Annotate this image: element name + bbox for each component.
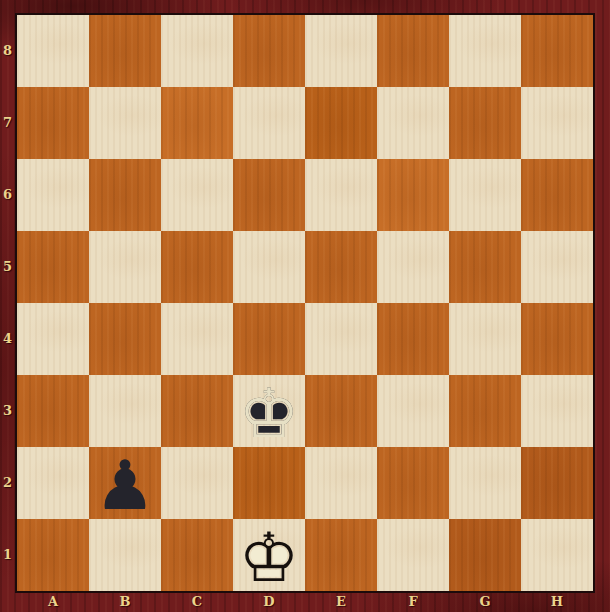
square-a4[interactable] (17, 303, 89, 375)
square-a5[interactable] (17, 231, 89, 303)
square-e4[interactable] (305, 303, 377, 375)
square-h6[interactable] (521, 159, 593, 231)
square-d1[interactable]: ♚♔ (233, 519, 305, 591)
chess-app-window: ♚♔♟♚♔ 87654321 ABCDEFGH (0, 0, 610, 612)
square-e3[interactable] (305, 375, 377, 447)
rank-label-7: 7 (0, 115, 15, 131)
square-d3[interactable]: ♚♔ (233, 375, 305, 447)
file-label-B: B (89, 594, 161, 610)
square-f6[interactable] (377, 159, 449, 231)
file-label-A: A (17, 594, 89, 610)
square-d7[interactable] (233, 87, 305, 159)
square-f7[interactable] (377, 87, 449, 159)
square-e1[interactable] (305, 519, 377, 591)
piece-black-king[interactable]: ♚♔ (233, 375, 305, 447)
square-h2[interactable] (521, 447, 593, 519)
square-e5[interactable] (305, 231, 377, 303)
square-h5[interactable] (521, 231, 593, 303)
file-label-G: G (449, 594, 521, 610)
square-e8[interactable] (305, 15, 377, 87)
square-b7[interactable] (89, 87, 161, 159)
square-f4[interactable] (377, 303, 449, 375)
rank-label-3: 3 (0, 403, 15, 419)
square-g4[interactable] (449, 303, 521, 375)
square-c3[interactable] (161, 375, 233, 447)
square-a3[interactable] (17, 375, 89, 447)
piece-black-pawn[interactable]: ♟ (89, 447, 161, 519)
square-e6[interactable] (305, 159, 377, 231)
square-a6[interactable] (17, 159, 89, 231)
square-g6[interactable] (449, 159, 521, 231)
square-d6[interactable] (233, 159, 305, 231)
square-h3[interactable] (521, 375, 593, 447)
square-h4[interactable] (521, 303, 593, 375)
square-f1[interactable] (377, 519, 449, 591)
square-a1[interactable] (17, 519, 89, 591)
square-c1[interactable] (161, 519, 233, 591)
square-h7[interactable] (521, 87, 593, 159)
square-g1[interactable] (449, 519, 521, 591)
square-b6[interactable] (89, 159, 161, 231)
rank-label-4: 4 (0, 331, 15, 347)
square-d4[interactable] (233, 303, 305, 375)
square-c4[interactable] (161, 303, 233, 375)
square-a7[interactable] (17, 87, 89, 159)
square-h8[interactable] (521, 15, 593, 87)
square-c7[interactable] (161, 87, 233, 159)
square-g3[interactable] (449, 375, 521, 447)
square-b8[interactable] (89, 15, 161, 87)
square-b3[interactable] (89, 375, 161, 447)
square-g2[interactable] (449, 447, 521, 519)
square-f5[interactable] (377, 231, 449, 303)
rank-label-5: 5 (0, 259, 15, 275)
rank-label-6: 6 (0, 187, 15, 203)
square-a8[interactable] (17, 15, 89, 87)
square-f3[interactable] (377, 375, 449, 447)
square-b4[interactable] (89, 303, 161, 375)
rank-label-1: 1 (0, 547, 15, 563)
black-king-outline: ♔ (233, 380, 305, 448)
square-g8[interactable] (449, 15, 521, 87)
square-b2[interactable]: ♟ (89, 447, 161, 519)
square-g5[interactable] (449, 231, 521, 303)
square-b5[interactable] (89, 231, 161, 303)
square-g7[interactable] (449, 87, 521, 159)
square-d2[interactable] (233, 447, 305, 519)
white-king-glyph: ♚ (233, 524, 305, 592)
square-d5[interactable] (233, 231, 305, 303)
square-c8[interactable] (161, 15, 233, 87)
square-b1[interactable] (89, 519, 161, 591)
square-c5[interactable] (161, 231, 233, 303)
square-h1[interactable] (521, 519, 593, 591)
square-f8[interactable] (377, 15, 449, 87)
square-e2[interactable] (305, 447, 377, 519)
rank-label-2: 2 (0, 475, 15, 491)
square-d8[interactable] (233, 15, 305, 87)
square-c2[interactable] (161, 447, 233, 519)
black-pawn-glyph: ♟ (89, 452, 161, 520)
square-f2[interactable] (377, 447, 449, 519)
white-king-outline: ♔ (233, 524, 305, 592)
square-e7[interactable] (305, 87, 377, 159)
file-label-D: D (233, 594, 305, 610)
black-king-glyph: ♚ (233, 380, 305, 448)
file-label-C: C (161, 594, 233, 610)
piece-white-king[interactable]: ♚♔ (233, 519, 305, 591)
file-label-H: H (521, 594, 593, 610)
square-c6[interactable] (161, 159, 233, 231)
square-a2[interactable] (17, 447, 89, 519)
file-label-F: F (377, 594, 449, 610)
rank-label-8: 8 (0, 43, 15, 59)
file-label-E: E (305, 594, 377, 610)
chessboard: ♚♔♟♚♔ (15, 13, 595, 593)
